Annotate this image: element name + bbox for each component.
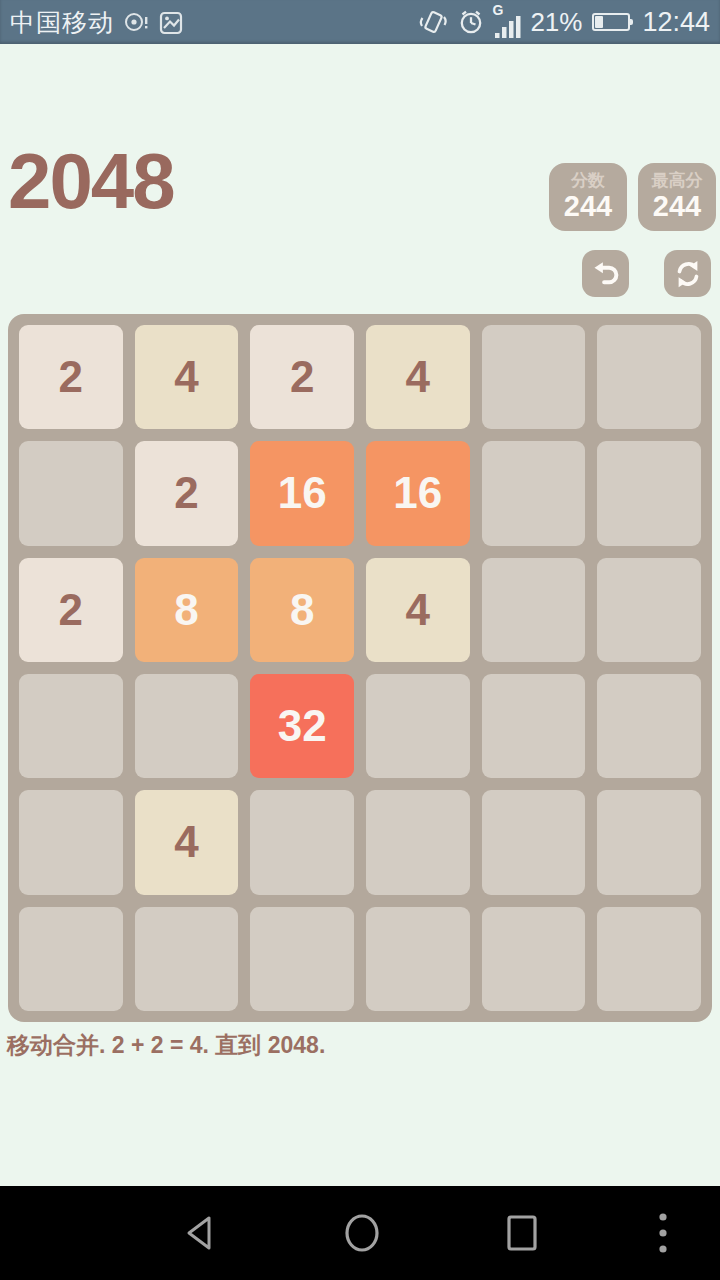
empty-cell <box>482 558 586 662</box>
tile-32: 32 <box>250 674 354 778</box>
vibrate-icon <box>418 8 448 36</box>
score-value: 244 <box>564 191 612 223</box>
empty-cell <box>597 790 701 894</box>
tile-4: 4 <box>366 325 470 429</box>
clock-label: 12:44 <box>642 7 710 38</box>
tile-4: 4 <box>135 325 239 429</box>
empty-cell <box>597 325 701 429</box>
tile-2: 2 <box>19 558 123 662</box>
best-score-box: 最高分 244 <box>638 163 716 231</box>
tile-4: 4 <box>135 790 239 894</box>
tile-2: 2 <box>135 441 239 545</box>
empty-cell <box>482 441 586 545</box>
empty-cell <box>19 674 123 778</box>
board[interactable]: 2424216162884324 <box>8 314 712 1022</box>
empty-cell <box>366 790 470 894</box>
nav-back-button[interactable] <box>155 1186 245 1280</box>
empty-cell <box>135 907 239 1011</box>
nav-recents-button[interactable] <box>477 1186 567 1280</box>
status-bar: 中国移动 <box>0 0 720 44</box>
score-box: 分数 244 <box>549 163 627 231</box>
empty-cell <box>482 790 586 894</box>
notification-circle-icon <box>123 9 149 35</box>
empty-cell <box>597 674 701 778</box>
empty-cell <box>19 790 123 894</box>
battery-fill <box>595 16 602 28</box>
empty-cell <box>250 907 354 1011</box>
gallery-icon <box>158 9 185 36</box>
empty-cell <box>597 441 701 545</box>
restart-icon <box>673 259 703 289</box>
status-bar-right: G 21% 12:44 <box>418 6 710 39</box>
empty-cell <box>19 441 123 545</box>
home-icon <box>341 1210 383 1256</box>
screen: 中国移动 <box>0 0 720 1280</box>
status-bar-left: 中国移动 <box>10 6 185 39</box>
empty-cell <box>482 907 586 1011</box>
empty-cell <box>482 325 586 429</box>
menu-icon <box>657 1210 669 1256</box>
empty-cell <box>482 674 586 778</box>
back-icon <box>185 1214 215 1252</box>
tile-4: 4 <box>366 558 470 662</box>
recents-icon <box>505 1213 539 1253</box>
restart-button[interactable] <box>664 250 711 297</box>
empty-cell <box>366 907 470 1011</box>
best-label: 最高分 <box>652 171 703 191</box>
tile-8: 8 <box>250 558 354 662</box>
empty-cell <box>597 558 701 662</box>
nav-menu-button[interactable] <box>618 1186 708 1280</box>
nav-home-button[interactable] <box>317 1186 407 1280</box>
carrier-label: 中国移动 <box>10 6 114 39</box>
page-title: 2048 <box>8 142 174 220</box>
empty-cell <box>366 674 470 778</box>
battery-icon <box>592 13 630 31</box>
tile-16: 16 <box>366 441 470 545</box>
hint-text: 移动合并. 2 + 2 = 4. 直到 2048. <box>7 1030 325 1061</box>
score-label: 分数 <box>571 171 605 191</box>
signal-indicator: G <box>494 6 522 39</box>
tile-8: 8 <box>135 558 239 662</box>
tile-2: 2 <box>19 325 123 429</box>
alarm-icon <box>456 7 486 37</box>
empty-cell <box>597 907 701 1011</box>
empty-cell <box>19 907 123 1011</box>
empty-cell <box>135 674 239 778</box>
nav-bar <box>0 1186 720 1280</box>
empty-cell <box>250 790 354 894</box>
best-value: 244 <box>653 191 701 223</box>
battery-percent-label: 21% <box>530 7 582 38</box>
undo-button[interactable] <box>582 250 629 297</box>
tile-2: 2 <box>250 325 354 429</box>
tile-16: 16 <box>250 441 354 545</box>
network-type-label: G <box>492 2 503 18</box>
undo-icon <box>591 259 621 289</box>
